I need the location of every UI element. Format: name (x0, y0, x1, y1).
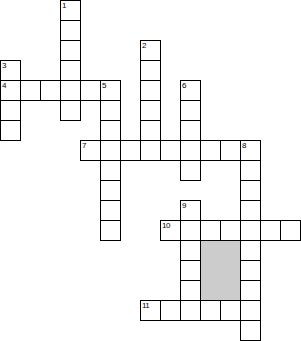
crossword-cell-r11c11[interactable] (220, 220, 241, 241)
crossword-cell-r7c6[interactable] (120, 140, 141, 161)
crossword-cell-r14c12[interactable] (240, 280, 261, 301)
crossword-cell-r8c5[interactable] (100, 160, 121, 181)
crossword-cell-r16c12[interactable] (240, 320, 261, 341)
crossword-cell-r3c0[interactable]: 3 (0, 60, 21, 81)
crossword-cell-r11c9[interactable] (180, 220, 201, 241)
crossword-cell-r12c9[interactable] (180, 240, 201, 261)
crossword-cell-r3c3[interactable] (60, 60, 81, 81)
crossword-cell-r7c8[interactable] (160, 140, 181, 161)
crossword-cell-r8c9[interactable] (180, 160, 201, 181)
crossword-cell-r5c0[interactable] (0, 100, 21, 121)
crossword-cell-r11c8[interactable]: 10 (160, 220, 181, 241)
crossword-cell-r15c9[interactable] (180, 300, 201, 321)
crossword-cell-r6c9[interactable] (180, 120, 201, 141)
clue-number-10: 10 (162, 221, 170, 230)
clue-number-3: 3 (2, 61, 6, 70)
crossword-cell-r10c9[interactable]: 9 (180, 200, 201, 221)
crossword-cell-r7c11[interactable] (220, 140, 241, 161)
crossword-cell-r7c12[interactable]: 8 (240, 140, 261, 161)
crossword-cell-r4c5[interactable]: 5 (100, 80, 121, 101)
crossword-cell-r5c5[interactable] (100, 100, 121, 121)
crossword-cell-r14c9[interactable] (180, 280, 201, 301)
clue-number-8: 8 (242, 141, 246, 150)
shaded-block (200, 240, 241, 301)
clue-number-2: 2 (142, 41, 146, 50)
crossword-cell-r15c8[interactable] (160, 300, 181, 321)
crossword-cell-r1c3[interactable] (60, 20, 81, 41)
crossword-cell-r7c7[interactable] (140, 140, 161, 161)
crossword-cell-r4c2[interactable] (40, 80, 61, 101)
crossword-cell-r2c7[interactable]: 2 (140, 40, 161, 61)
crossword-cell-r6c7[interactable] (140, 120, 161, 141)
crossword-cell-r6c5[interactable] (100, 120, 121, 141)
clue-number-4: 4 (2, 81, 6, 90)
crossword-cell-r15c11[interactable] (220, 300, 241, 321)
crossword-cell-r6c0[interactable] (0, 120, 21, 141)
crossword-grid: 1234567891011 (0, 0, 301, 341)
clue-number-6: 6 (182, 81, 186, 90)
crossword-cell-r7c5[interactable] (100, 140, 121, 161)
crossword-cell-r3c7[interactable] (140, 60, 161, 81)
crossword-cell-r5c9[interactable] (180, 100, 201, 121)
crossword-cell-r15c7[interactable]: 11 (140, 300, 161, 321)
crossword-cell-r11c12[interactable] (240, 220, 261, 241)
crossword-cell-r11c5[interactable] (100, 220, 121, 241)
crossword-cell-r11c13[interactable] (260, 220, 281, 241)
crossword-cell-r15c10[interactable] (200, 300, 221, 321)
crossword-cell-r4c4[interactable] (80, 80, 101, 101)
crossword-cell-r5c3[interactable] (60, 100, 81, 121)
crossword-cell-r7c4[interactable]: 7 (80, 140, 101, 161)
crossword-cell-r4c7[interactable] (140, 80, 161, 101)
crossword-cell-r4c9[interactable]: 6 (180, 80, 201, 101)
crossword-cell-r4c0[interactable]: 4 (0, 80, 21, 101)
crossword-cell-r9c12[interactable] (240, 180, 261, 201)
crossword-cell-r4c3[interactable] (60, 80, 81, 101)
crossword-cell-r9c5[interactable] (100, 180, 121, 201)
crossword-cell-r7c10[interactable] (200, 140, 221, 161)
crossword-cell-r11c14[interactable] (280, 220, 301, 241)
crossword-cell-r13c9[interactable] (180, 260, 201, 281)
crossword-cell-r15c12[interactable] (240, 300, 261, 321)
crossword-cell-r8c12[interactable] (240, 160, 261, 181)
crossword-cell-r10c12[interactable] (240, 200, 261, 221)
crossword-cell-r10c5[interactable] (100, 200, 121, 221)
crossword-cell-r5c7[interactable] (140, 100, 161, 121)
crossword-cell-r12c12[interactable] (240, 240, 261, 261)
clue-number-11: 11 (142, 301, 149, 310)
crossword-cell-r11c10[interactable] (200, 220, 221, 241)
crossword-cell-r13c12[interactable] (240, 260, 261, 281)
clue-number-9: 9 (182, 201, 186, 210)
clue-number-7: 7 (82, 141, 86, 150)
crossword-cell-r4c1[interactable] (20, 80, 41, 101)
crossword-cell-r0c3[interactable]: 1 (60, 0, 81, 21)
crossword-cell-r7c9[interactable] (180, 140, 201, 161)
clue-number-5: 5 (102, 81, 106, 90)
clue-number-1: 1 (62, 1, 66, 10)
crossword-cell-r2c3[interactable] (60, 40, 81, 61)
